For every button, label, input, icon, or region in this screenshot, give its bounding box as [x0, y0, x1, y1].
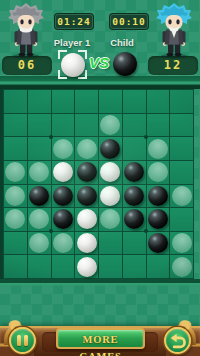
board-cell[interactable] [170, 90, 193, 113]
board-cell[interactable] [170, 208, 193, 231]
pause-icon [17, 335, 21, 346]
black-stone [148, 209, 168, 229]
legal-move-hint[interactable] [29, 209, 49, 229]
board-cell[interactable] [75, 137, 98, 160]
board-cell[interactable] [4, 137, 27, 160]
board-cell [75, 232, 98, 255]
pause-icon [24, 335, 28, 346]
board-cell [28, 185, 51, 208]
board-cell[interactable] [170, 185, 193, 208]
board-cell[interactable] [147, 255, 170, 278]
board-cell[interactable] [123, 232, 146, 255]
board-cell[interactable] [170, 232, 193, 255]
board-cell[interactable] [28, 137, 51, 160]
board-cell [75, 255, 98, 278]
board-cell [147, 208, 170, 231]
player2-avatar [153, 2, 195, 59]
black-stone [124, 209, 144, 229]
board-cell[interactable] [4, 255, 27, 278]
board-cell[interactable] [52, 90, 75, 113]
black-stone [29, 186, 49, 206]
board-cell [75, 208, 98, 231]
legal-move-hint[interactable] [53, 139, 73, 159]
board-cell[interactable] [123, 137, 146, 160]
board-cell [123, 161, 146, 184]
black-stone [77, 162, 97, 182]
white-stone [77, 209, 97, 229]
board-cell [52, 185, 75, 208]
board-cell [52, 161, 75, 184]
board-cell[interactable] [170, 114, 193, 137]
black-stone-icon [113, 52, 137, 76]
board-cell[interactable] [4, 232, 27, 255]
black-stone [77, 186, 97, 206]
legal-move-hint[interactable] [29, 233, 49, 253]
board-cell [123, 208, 146, 231]
white-turn-indicator [58, 50, 87, 79]
board-cell[interactable] [4, 90, 27, 113]
legal-move-hint[interactable] [148, 162, 168, 182]
legal-move-hint[interactable] [100, 209, 120, 229]
board-cell[interactable] [99, 232, 122, 255]
board-cell[interactable] [170, 161, 193, 184]
board-cell[interactable] [28, 114, 51, 137]
board-cell[interactable] [75, 114, 98, 137]
white-stone [100, 186, 120, 206]
board-cell[interactable] [170, 255, 193, 278]
legal-move-hint[interactable] [5, 186, 25, 206]
board-cell [147, 185, 170, 208]
board [0, 76, 200, 286]
black-stone [53, 186, 73, 206]
board-bottom-edge [0, 279, 200, 286]
white-stone [77, 257, 97, 277]
legal-move-hint[interactable] [5, 162, 25, 182]
footer-bar: MORE GAMES [0, 318, 200, 356]
board-cell[interactable] [28, 161, 51, 184]
board-cell[interactable] [28, 208, 51, 231]
board-cell[interactable] [170, 137, 193, 160]
board-cell[interactable] [123, 255, 146, 278]
legal-move-hint[interactable] [172, 257, 192, 277]
board-cell[interactable] [75, 90, 98, 113]
board-cell [52, 208, 75, 231]
legal-move-hint[interactable] [5, 209, 25, 229]
black-stone [53, 209, 73, 229]
black-stone [100, 139, 120, 159]
legal-move-hint[interactable] [100, 115, 120, 135]
white-stone [100, 162, 120, 182]
board-cell [99, 185, 122, 208]
othello-game-screen: 01:24 00:10 Player 1 Child 06 12 VS [0, 0, 200, 356]
board-cell[interactable] [52, 232, 75, 255]
player2-timer: 00:10 [110, 14, 148, 29]
board-cell[interactable] [99, 255, 122, 278]
board-cell[interactable] [52, 114, 75, 137]
legal-move-hint[interactable] [53, 233, 73, 253]
board-cell [99, 137, 122, 160]
board-cell[interactable] [28, 232, 51, 255]
board-cell[interactable] [99, 90, 122, 113]
board-cell[interactable] [123, 90, 146, 113]
board-cell [99, 161, 122, 184]
black-stone [124, 162, 144, 182]
player1-timer: 01:24 [55, 14, 93, 29]
board-cell[interactable] [52, 137, 75, 160]
black-stone [148, 233, 168, 253]
board-cell [75, 161, 98, 184]
board-grid [3, 89, 194, 279]
player2-name: Child [92, 37, 152, 48]
undo-icon [166, 329, 189, 352]
player1-avatar [5, 2, 47, 59]
board-cell[interactable] [147, 90, 170, 113]
board-cell[interactable] [28, 90, 51, 113]
board-cell[interactable] [4, 114, 27, 137]
legal-move-hint[interactable] [77, 139, 97, 159]
white-stone [53, 162, 73, 182]
board-cell[interactable] [4, 208, 27, 231]
board-cell[interactable] [52, 255, 75, 278]
board-cell[interactable] [147, 161, 170, 184]
board-cell [147, 232, 170, 255]
more-games-button[interactable]: MORE GAMES [56, 328, 145, 349]
board-cell[interactable] [28, 255, 51, 278]
board-cell[interactable] [147, 137, 170, 160]
legal-move-hint[interactable] [148, 139, 168, 159]
legal-move-hint[interactable] [172, 233, 192, 253]
board-cell[interactable] [4, 185, 27, 208]
white-stone [77, 233, 97, 253]
vs-label: VS [85, 51, 113, 75]
legal-move-hint[interactable] [29, 162, 49, 182]
board-cell[interactable] [4, 161, 27, 184]
board-cell[interactable] [99, 208, 122, 231]
board-cell [75, 185, 98, 208]
board-cell [123, 185, 146, 208]
undo-button[interactable] [164, 327, 191, 354]
board-cell[interactable] [147, 114, 170, 137]
board-cell[interactable] [99, 114, 122, 137]
board-cell[interactable] [123, 114, 146, 137]
board-top-edge [0, 76, 200, 89]
white-stone-icon [61, 53, 85, 77]
black-stone [148, 186, 168, 206]
black-stone [124, 186, 144, 206]
legal-move-hint[interactable] [172, 186, 192, 206]
pause-button[interactable] [9, 327, 36, 354]
